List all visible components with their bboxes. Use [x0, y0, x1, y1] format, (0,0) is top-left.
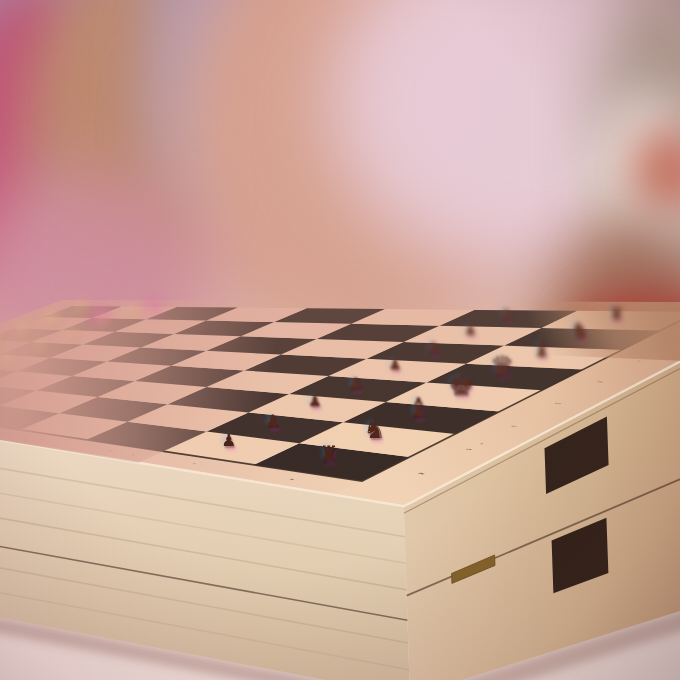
piece-black-pawn-f7[interactable]: ♟ — [308, 394, 322, 409]
piece-white-queen-d1[interactable]: ♛ — [0, 330, 1, 350]
piece-white-pawn-b2[interactable]: ♟ — [98, 315, 108, 326]
piece-white-rook-a1[interactable]: ♜ — [76, 301, 87, 314]
piece-black-pawn-b7[interactable]: ♟ — [464, 323, 476, 337]
piece-white-bishop-c1[interactable]: ♝ — [15, 320, 30, 337]
piece-white-knight-b1[interactable]: ♞ — [45, 310, 59, 326]
piece-black-pawn-g7[interactable]: ♟ — [265, 413, 279, 429]
piece-black-rook-h8[interactable]: ♜ — [319, 443, 338, 464]
piece-black-bishop-f8[interactable]: ♝ — [407, 395, 430, 420]
piece-black-knight-b8[interactable]: ♞ — [570, 320, 589, 341]
piece-black-pawn-e7[interactable]: ♟ — [349, 375, 362, 390]
piece-black-rook-a8[interactable]: ♜ — [609, 306, 624, 322]
piece-black-king-e8[interactable]: ♚ — [448, 370, 475, 400]
piece-black-knight-g8[interactable]: ♞ — [364, 417, 386, 442]
piece-white-pawn-d2[interactable]: ♟ — [35, 339, 45, 351]
piece-black-pawn-d7[interactable]: ♟ — [389, 358, 402, 372]
photo-scene: HGFEDCBA87654321 ♜♟♞♟♝♟♛♟♚♟♝♟♟♞♜♟♟♜♞♟♟♝♟… — [0, 0, 680, 680]
piece-white-pawn-e2[interactable]: ♟ — [2, 352, 13, 364]
piece-white-pawn-c2[interactable]: ♟ — [67, 327, 77, 338]
piece-black-pawn-c7[interactable]: ♟ — [427, 340, 440, 354]
pieces-layer: ♜♟♞♟♝♟♛♟♚♟♝♟♟♞♜♟♟♜♞♟♟♝♟♛♟♚♟♝♟♞♟♜ — [0, 0, 680, 680]
piece-black-pawn-a7[interactable]: ♟ — [500, 307, 512, 320]
piece-black-bishop-c8[interactable]: ♝ — [531, 337, 552, 360]
piece-white-pawn-a2[interactable]: ♟ — [128, 303, 138, 314]
piece-black-pawn-h7[interactable]: ♟ — [222, 433, 237, 450]
piece-black-queen-d8[interactable]: ♛ — [490, 353, 514, 380]
